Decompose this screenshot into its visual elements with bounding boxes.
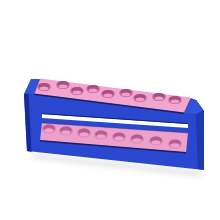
tube-hole: [56, 81, 70, 89]
shelf-cup: [59, 126, 73, 135]
tube-hole: [119, 89, 133, 97]
shelf-cup: [130, 134, 144, 143]
tube-hole: [133, 94, 147, 102]
tube-hole: [168, 96, 182, 104]
tube-hole: [86, 85, 100, 93]
shelf-cup: [168, 139, 182, 148]
tube-hole: [70, 87, 84, 95]
tube-hole: [152, 93, 166, 101]
tube-hole: [101, 90, 115, 98]
test-tube-rack-illustration: [0, 0, 220, 220]
product-image-canvas: [0, 0, 220, 220]
shelf-cup: [77, 128, 91, 137]
shelf-cup: [112, 132, 126, 141]
tube-hole: [37, 83, 51, 91]
shelf-cup: [149, 136, 163, 145]
shelf-cup: [94, 130, 108, 139]
shelf-cup: [42, 124, 56, 133]
